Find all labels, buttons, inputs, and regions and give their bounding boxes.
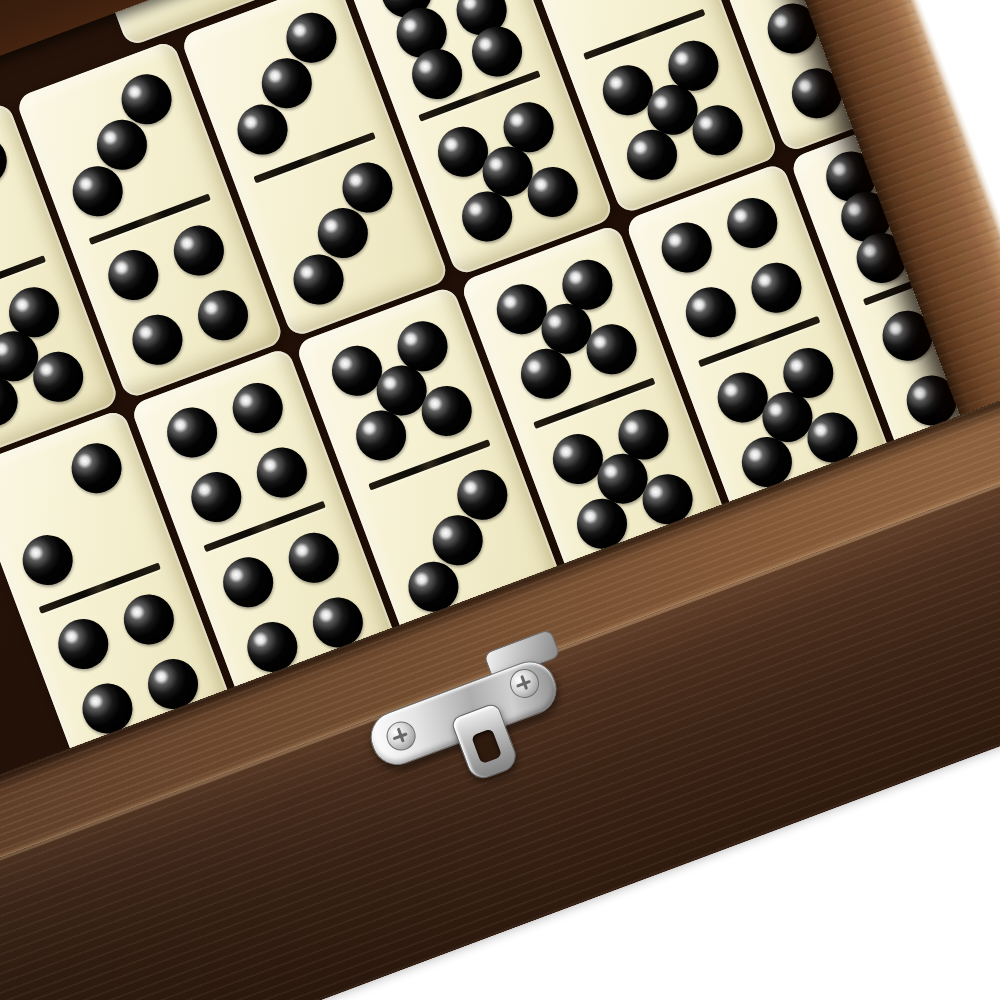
pip bbox=[51, 611, 115, 675]
pip bbox=[654, 215, 718, 279]
pip bbox=[744, 255, 808, 319]
pip bbox=[678, 280, 742, 344]
pip bbox=[159, 400, 223, 464]
pip bbox=[250, 440, 314, 504]
pip bbox=[64, 436, 128, 500]
pip bbox=[167, 218, 231, 282]
pip bbox=[720, 190, 784, 254]
pip bbox=[16, 527, 80, 591]
pip bbox=[226, 375, 290, 439]
pip bbox=[0, 128, 13, 192]
pip bbox=[282, 525, 346, 589]
pip bbox=[216, 550, 280, 614]
pip bbox=[184, 465, 248, 529]
pip bbox=[117, 587, 181, 651]
pip bbox=[101, 243, 165, 307]
pip bbox=[125, 307, 189, 371]
pip bbox=[191, 282, 255, 346]
clasp-hook-notch bbox=[471, 728, 502, 764]
photo-frame bbox=[0, 0, 1000, 1000]
